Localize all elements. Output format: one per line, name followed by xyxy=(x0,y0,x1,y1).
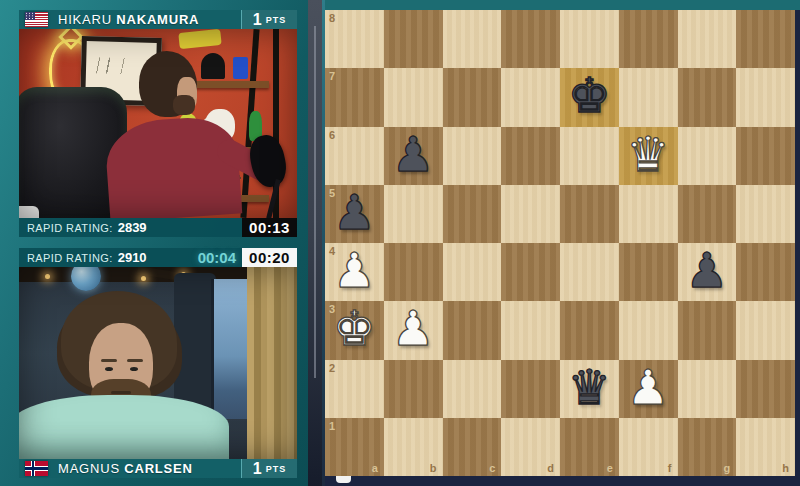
square-f6: ♛ xyxy=(619,127,678,185)
carlsen-name: MAGNUS CARLSEN xyxy=(58,461,193,476)
norway-flag-icon xyxy=(25,461,48,476)
piece-black-king-e7: ♚ xyxy=(568,66,611,124)
square-b7 xyxy=(384,68,443,126)
square-d6 xyxy=(501,127,560,185)
square-d4 xyxy=(501,243,560,301)
carlsen-info-bar: RAPID RATING: 2910 00:04 00:20 xyxy=(19,248,297,267)
file-label-d: d xyxy=(547,462,554,474)
nakamura-points-badge: 1 PTS xyxy=(241,10,297,29)
square-b5 xyxy=(384,185,443,243)
square-e1: e xyxy=(560,418,619,476)
square-h6 xyxy=(736,127,795,185)
players-panel: HIKARU NAKAMURA 1 PTS xyxy=(0,0,308,486)
carlsen-name-bar: MAGNUS CARLSEN 1 PTS xyxy=(19,459,297,478)
square-b2 xyxy=(384,360,443,418)
nakamura-webcam xyxy=(19,29,297,218)
square-e8 xyxy=(560,10,619,68)
piece-white-pawn-f2: ♟ xyxy=(627,358,670,416)
square-g1: g xyxy=(678,418,737,476)
square-f7 xyxy=(619,68,678,126)
square-h8 xyxy=(736,10,795,68)
square-g6 xyxy=(678,127,737,185)
square-b4 xyxy=(384,243,443,301)
square-a2: 2 xyxy=(325,360,384,418)
piece-white-pawn-a4: ♟ xyxy=(333,241,376,299)
square-e6 xyxy=(560,127,619,185)
square-d2 xyxy=(501,360,560,418)
broadcast-screen: HIKARU NAKAMURA 1 PTS xyxy=(0,0,800,486)
carlsen-first-name: MAGNUS xyxy=(58,461,120,476)
rank-label-7: 7 xyxy=(329,70,335,82)
carlsen-rating-label: RAPID RATING: xyxy=(27,252,113,264)
carlsen-rating-value: 2910 xyxy=(118,250,147,265)
nakamura-points-unit: PTS xyxy=(266,15,287,25)
square-h5 xyxy=(736,185,795,243)
piece-white-queen-f6: ♛ xyxy=(627,125,670,183)
file-label-a: a xyxy=(372,462,378,474)
square-c2 xyxy=(443,360,502,418)
square-e4 xyxy=(560,243,619,301)
nakamura-clock: 00:13 xyxy=(242,218,297,237)
square-e3 xyxy=(560,301,619,359)
square-b1: b xyxy=(384,418,443,476)
file-label-g: g xyxy=(724,462,731,474)
top-strip xyxy=(325,0,800,10)
chess-board: 87♚6♟♛5♟4♟♟3♚♟2♛♟1abcdefgh xyxy=(325,10,795,476)
square-g4: ♟ xyxy=(678,243,737,301)
square-a6: 6 xyxy=(325,127,384,185)
rank-label-1: 1 xyxy=(329,420,335,432)
square-h3 xyxy=(736,301,795,359)
file-label-f: f xyxy=(668,462,672,474)
nakamura-rating-label: RAPID RATING: xyxy=(27,222,113,234)
carlsen-points-badge: 1 PTS xyxy=(241,459,297,478)
rank-label-8: 8 xyxy=(329,12,335,24)
square-f1: f xyxy=(619,418,678,476)
square-d5 xyxy=(501,185,560,243)
square-c5 xyxy=(443,185,502,243)
square-d1: d xyxy=(501,418,560,476)
nakamura-last-name: NAKAMURA xyxy=(116,12,199,27)
square-f3 xyxy=(619,301,678,359)
scrollbar[interactable] xyxy=(314,26,316,378)
square-b8 xyxy=(384,10,443,68)
square-e5 xyxy=(560,185,619,243)
square-c4 xyxy=(443,243,502,301)
square-d3 xyxy=(501,301,560,359)
square-c1: c xyxy=(443,418,502,476)
piece-white-king-a3: ♚ xyxy=(333,299,376,357)
square-h7 xyxy=(736,68,795,126)
square-f2: ♟ xyxy=(619,360,678,418)
carlsen-clock: 00:20 xyxy=(242,248,297,267)
square-a8: 8 xyxy=(325,10,384,68)
rank-label-6: 6 xyxy=(329,129,335,141)
square-g5 xyxy=(678,185,737,243)
carlsen-points-value: 1 xyxy=(253,460,262,478)
piece-black-queen-e2: ♛ xyxy=(568,358,611,416)
square-b3: ♟ xyxy=(384,301,443,359)
square-a5: 5♟ xyxy=(325,185,384,243)
rank-label-2: 2 xyxy=(329,362,335,374)
square-e7: ♚ xyxy=(560,68,619,126)
square-c7 xyxy=(443,68,502,126)
nakamura-rating-value: 2839 xyxy=(118,220,147,235)
file-label-b: b xyxy=(430,462,437,474)
file-label-c: c xyxy=(489,462,495,474)
nakamura-name: HIKARU NAKAMURA xyxy=(58,12,199,27)
square-g7 xyxy=(678,68,737,126)
square-a4: 4♟ xyxy=(325,243,384,301)
square-g2 xyxy=(678,360,737,418)
square-c6 xyxy=(443,127,502,185)
square-a1: 1a xyxy=(325,418,384,476)
piece-black-pawn-b6: ♟ xyxy=(392,125,435,183)
us-flag-icon xyxy=(25,12,48,27)
square-h4 xyxy=(736,243,795,301)
square-e2: ♛ xyxy=(560,360,619,418)
square-f4 xyxy=(619,243,678,301)
file-label-e: e xyxy=(607,462,613,474)
piece-black-pawn-g4: ♟ xyxy=(685,241,728,299)
carlsen-webcam xyxy=(19,267,297,459)
nakamura-points-value: 1 xyxy=(253,11,262,29)
square-d7 xyxy=(501,68,560,126)
piece-white-pawn-b3: ♟ xyxy=(392,299,435,357)
square-g3 xyxy=(678,301,737,359)
nakamura-name-bar: HIKARU NAKAMURA 1 PTS xyxy=(19,10,297,29)
bottom-strip xyxy=(325,476,800,486)
square-a3: 3♚ xyxy=(325,301,384,359)
nakamura-info-bar: RAPID RATING: 2839 00:13 xyxy=(19,218,297,237)
square-f5 xyxy=(619,185,678,243)
right-strip xyxy=(795,10,800,486)
square-a7: 7 xyxy=(325,68,384,126)
file-label-h: h xyxy=(782,462,789,474)
carlsen-delay-clock: 00:04 xyxy=(198,249,236,266)
carlsen-last-name: CARLSEN xyxy=(124,461,192,476)
square-f8 xyxy=(619,10,678,68)
piece-black-pawn-a5: ♟ xyxy=(333,183,376,241)
nakamura-first-name: HIKARU xyxy=(58,12,112,27)
square-c8 xyxy=(443,10,502,68)
square-h1: h xyxy=(736,418,795,476)
square-h2 xyxy=(736,360,795,418)
carlsen-points-unit: PTS xyxy=(266,464,287,474)
square-c3 xyxy=(443,301,502,359)
square-d8 xyxy=(501,10,560,68)
square-b6: ♟ xyxy=(384,127,443,185)
square-g8 xyxy=(678,10,737,68)
